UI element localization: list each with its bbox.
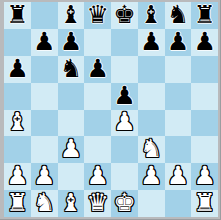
square-e5[interactable]: ♟ (111, 83, 138, 110)
square-d1[interactable]: ♛ (84, 190, 111, 217)
square-c7[interactable]: ♟ (58, 29, 85, 56)
square-b4[interactable] (31, 110, 58, 137)
square-a1[interactable]: ♜ (4, 190, 31, 217)
square-a8[interactable]: ♜ (4, 2, 31, 29)
piece-black-knight[interactable]: ♞ (60, 56, 82, 81)
piece-black-pawn[interactable]: ♟ (113, 83, 135, 108)
board-frame: ♜♝♛♚♝♞♜♟♟♟♟♟♟♞♟♟♝♟♟♞♟♟♟♟♟♟♜♞♝♛♚♜ (0, 0, 221, 220)
square-g8[interactable]: ♞ (165, 2, 192, 29)
square-c1[interactable]: ♝ (58, 190, 85, 217)
square-e3[interactable] (111, 136, 138, 163)
square-a3[interactable] (4, 136, 31, 163)
square-f8[interactable]: ♝ (138, 2, 165, 29)
square-c8[interactable]: ♝ (58, 2, 85, 29)
square-d2[interactable]: ♟ (84, 163, 111, 190)
piece-white-bishop[interactable]: ♝ (6, 110, 28, 135)
piece-white-queen[interactable]: ♛ (86, 190, 108, 215)
piece-white-knight[interactable]: ♞ (33, 190, 55, 215)
piece-white-pawn[interactable]: ♟ (60, 136, 82, 161)
square-c2[interactable] (58, 163, 85, 190)
square-a4[interactable]: ♝ (4, 110, 31, 137)
square-f6[interactable] (138, 56, 165, 83)
piece-black-pawn[interactable]: ♟ (167, 29, 189, 54)
square-d8[interactable]: ♛ (84, 2, 111, 29)
chess-board: ♜♝♛♚♝♞♜♟♟♟♟♟♟♞♟♟♝♟♟♞♟♟♟♟♟♟♜♞♝♛♚♜ (4, 2, 218, 217)
square-g6[interactable] (165, 56, 192, 83)
piece-black-rook[interactable]: ♜ (6, 2, 28, 27)
piece-white-rook[interactable]: ♜ (6, 190, 28, 215)
square-a7[interactable] (4, 29, 31, 56)
piece-white-bishop[interactable]: ♝ (60, 190, 82, 215)
piece-black-pawn[interactable]: ♟ (140, 29, 162, 54)
square-f5[interactable] (138, 83, 165, 110)
piece-white-pawn[interactable]: ♟ (6, 163, 28, 188)
square-c5[interactable] (58, 83, 85, 110)
square-h2[interactable]: ♟ (191, 163, 218, 190)
piece-white-pawn[interactable]: ♟ (140, 163, 162, 188)
square-e8[interactable]: ♚ (111, 2, 138, 29)
square-d7[interactable] (84, 29, 111, 56)
piece-black-pawn[interactable]: ♟ (6, 56, 28, 81)
piece-black-king[interactable]: ♚ (113, 2, 135, 27)
square-h3[interactable] (191, 136, 218, 163)
square-d3[interactable] (84, 136, 111, 163)
square-d6[interactable]: ♟ (84, 56, 111, 83)
square-h8[interactable]: ♜ (191, 2, 218, 29)
square-d4[interactable] (84, 110, 111, 137)
piece-white-pawn[interactable]: ♟ (86, 163, 108, 188)
square-f4[interactable] (138, 110, 165, 137)
square-b7[interactable]: ♟ (31, 29, 58, 56)
square-b8[interactable] (31, 2, 58, 29)
piece-black-rook[interactable]: ♜ (193, 2, 215, 27)
piece-black-pawn[interactable]: ♟ (86, 56, 108, 81)
square-a6[interactable]: ♟ (4, 56, 31, 83)
piece-white-pawn[interactable]: ♟ (33, 163, 55, 188)
piece-black-knight[interactable]: ♞ (167, 2, 189, 27)
square-b1[interactable]: ♞ (31, 190, 58, 217)
square-g5[interactable] (165, 83, 192, 110)
square-e1[interactable]: ♚ (111, 190, 138, 217)
piece-black-pawn[interactable]: ♟ (193, 29, 215, 54)
square-b3[interactable] (31, 136, 58, 163)
square-g3[interactable] (165, 136, 192, 163)
piece-white-pawn[interactable]: ♟ (193, 163, 215, 188)
square-a2[interactable]: ♟ (4, 163, 31, 190)
piece-black-pawn[interactable]: ♟ (60, 29, 82, 54)
square-f3[interactable]: ♞ (138, 136, 165, 163)
piece-black-bishop[interactable]: ♝ (60, 2, 82, 27)
piece-white-pawn[interactable]: ♟ (167, 163, 189, 188)
square-d5[interactable] (84, 83, 111, 110)
square-c4[interactable] (58, 110, 85, 137)
square-c3[interactable]: ♟ (58, 136, 85, 163)
square-e2[interactable] (111, 163, 138, 190)
square-g1[interactable] (165, 190, 192, 217)
piece-white-rook[interactable]: ♜ (193, 190, 215, 215)
square-b2[interactable]: ♟ (31, 163, 58, 190)
square-h5[interactable] (191, 83, 218, 110)
square-g4[interactable] (165, 110, 192, 137)
square-h4[interactable] (191, 110, 218, 137)
piece-white-king[interactable]: ♚ (113, 190, 135, 215)
square-h6[interactable] (191, 56, 218, 83)
square-h7[interactable]: ♟ (191, 29, 218, 56)
square-e4[interactable]: ♟ (111, 110, 138, 137)
square-b5[interactable] (31, 83, 58, 110)
square-f1[interactable] (138, 190, 165, 217)
piece-black-pawn[interactable]: ♟ (33, 29, 55, 54)
square-f7[interactable]: ♟ (138, 29, 165, 56)
square-c6[interactable]: ♞ (58, 56, 85, 83)
square-e7[interactable] (111, 29, 138, 56)
piece-black-queen[interactable]: ♛ (86, 2, 108, 27)
square-f2[interactable]: ♟ (138, 163, 165, 190)
square-e6[interactable] (111, 56, 138, 83)
square-h1[interactable]: ♜ (191, 190, 218, 217)
square-g7[interactable]: ♟ (165, 29, 192, 56)
piece-white-pawn[interactable]: ♟ (113, 110, 135, 135)
piece-black-bishop[interactable]: ♝ (140, 2, 162, 27)
square-a5[interactable] (4, 83, 31, 110)
piece-white-knight[interactable]: ♞ (140, 136, 162, 161)
square-g2[interactable]: ♟ (165, 163, 192, 190)
square-b6[interactable] (31, 56, 58, 83)
